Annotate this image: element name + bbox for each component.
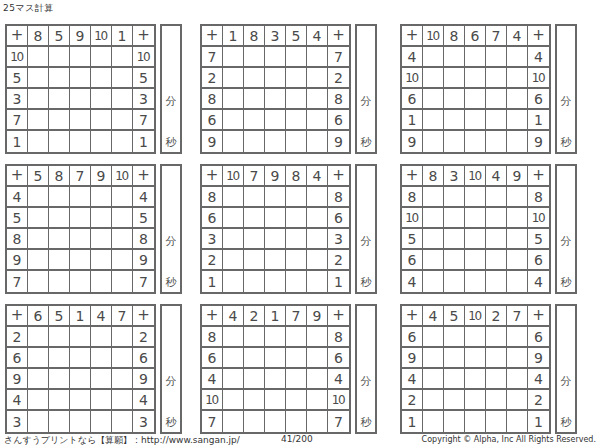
top-header-cell: 10: [465, 166, 486, 187]
timer-box: 分 秒: [355, 24, 377, 154]
right-header-cell: 4: [528, 47, 549, 68]
right-header-cell: 5: [133, 68, 154, 89]
answer-cell: [244, 271, 265, 292]
answer-cell: [465, 110, 486, 131]
top-header-cell: 6: [28, 306, 49, 327]
answer-cell: [70, 68, 91, 89]
answer-cell: [286, 131, 307, 152]
top-header-cell: 9: [307, 306, 328, 327]
left-header-cell: 1: [7, 131, 28, 152]
top-header-cell: 8: [28, 26, 49, 47]
left-header-cell: 5: [7, 68, 28, 89]
top-header-cell: 2: [486, 306, 507, 327]
answer-cell: [244, 89, 265, 110]
answer-cell: [49, 250, 70, 271]
answer-cell: [70, 89, 91, 110]
answer-cell: [223, 229, 244, 250]
answer-cell: [507, 271, 528, 292]
answer-cell: [444, 229, 465, 250]
operator-cell: +: [202, 26, 223, 47]
answer-cell: [91, 47, 112, 68]
answer-cell: [486, 369, 507, 390]
right-header-cell: 9: [133, 369, 154, 390]
answer-cell: [444, 250, 465, 271]
left-header-cell: 8: [7, 229, 28, 250]
top-header-cell: 3: [265, 26, 286, 47]
answer-cell: [265, 327, 286, 348]
top-header-cell: 8: [423, 166, 444, 187]
top-header-cell: 5: [286, 26, 307, 47]
answer-cell: [265, 68, 286, 89]
answer-cell: [423, 327, 444, 348]
answer-cell: [70, 250, 91, 271]
right-header-cell: 10: [328, 390, 349, 411]
operator-cell: +: [7, 166, 28, 187]
answer-cell: [49, 68, 70, 89]
answer-cell: [223, 348, 244, 369]
answer-cell: [244, 131, 265, 152]
left-header-cell: 4: [7, 187, 28, 208]
top-header-cell: 7: [244, 166, 265, 187]
answer-cell: [112, 208, 133, 229]
answer-cell: [112, 187, 133, 208]
top-header-cell: 8: [286, 166, 307, 187]
answer-cell: [444, 110, 465, 131]
answer-cell: [91, 89, 112, 110]
top-header-cell: 4: [423, 306, 444, 327]
answer-cell: [70, 208, 91, 229]
right-header-cell: 4: [528, 271, 549, 292]
left-header-cell: 4: [402, 271, 423, 292]
answer-cell: [444, 47, 465, 68]
timer-box: 分 秒: [160, 304, 182, 434]
operator-cell: +: [133, 26, 154, 47]
answer-cell: [444, 187, 465, 208]
answer-cell: [70, 348, 91, 369]
top-header-cell: 5: [28, 166, 49, 187]
answer-cell: [465, 47, 486, 68]
calc-grid: +18354+7722886699: [200, 24, 351, 154]
footer-site-text: さんすうプリントなら【算願】：http://www.sangan.jp/: [4, 434, 240, 446]
top-header-cell: 9: [507, 166, 528, 187]
answer-cell: [507, 110, 528, 131]
answer-cell: [265, 47, 286, 68]
answer-cell: [486, 229, 507, 250]
right-header-cell: 2: [328, 250, 349, 271]
right-header-cell: 10: [133, 47, 154, 68]
minutes-label: 分: [166, 234, 177, 249]
top-header-cell: 9: [70, 26, 91, 47]
left-header-cell: 5: [7, 208, 28, 229]
operator-cell: +: [328, 306, 349, 327]
top-header-cell: 5: [49, 306, 70, 327]
left-header-cell: 2: [202, 250, 223, 271]
answer-cell: [507, 250, 528, 271]
answer-cell: [91, 208, 112, 229]
answer-cell: [265, 390, 286, 411]
answer-cell: [28, 131, 49, 152]
answer-cell: [70, 47, 91, 68]
answer-cell: [423, 110, 444, 131]
answer-cell: [286, 110, 307, 131]
right-header-cell: 1: [528, 110, 549, 131]
right-header-cell: 6: [328, 348, 349, 369]
answer-cell: [244, 327, 265, 348]
top-header-cell: 4: [91, 306, 112, 327]
top-header-cell: 4: [223, 306, 244, 327]
left-header-cell: 7: [202, 411, 223, 432]
answer-cell: [465, 369, 486, 390]
left-header-cell: 3: [7, 411, 28, 432]
calc-grid: +859101+101055337711: [5, 24, 156, 154]
puzzle-block: +18354+7722886699 分 秒: [200, 24, 400, 164]
answer-cell: [286, 250, 307, 271]
right-header-cell: 7: [133, 271, 154, 292]
left-header-cell: 9: [7, 250, 28, 271]
left-header-cell: 6: [202, 110, 223, 131]
left-header-cell: 7: [202, 47, 223, 68]
answer-cell: [244, 411, 265, 432]
operator-cell: +: [133, 306, 154, 327]
answer-cell: [70, 110, 91, 131]
left-header-cell: 4: [402, 47, 423, 68]
answer-cell: [28, 208, 49, 229]
answer-cell: [112, 68, 133, 89]
minutes-label: 分: [361, 94, 372, 109]
top-header-cell: 8: [49, 166, 70, 187]
top-header-cell: 9: [91, 166, 112, 187]
right-header-cell: 8: [328, 187, 349, 208]
answer-cell: [49, 131, 70, 152]
left-header-cell: 9: [7, 369, 28, 390]
left-header-cell: 9: [402, 131, 423, 152]
puzzle-block: +107984+8866332211 分 秒: [200, 164, 400, 304]
right-header-cell: 9: [328, 131, 349, 152]
answer-cell: [486, 327, 507, 348]
right-header-cell: 6: [528, 250, 549, 271]
answer-cell: [265, 271, 286, 292]
answer-cell: [28, 348, 49, 369]
right-header-cell: 2: [528, 390, 549, 411]
answer-cell: [423, 411, 444, 432]
answer-cell: [112, 348, 133, 369]
answer-cell: [444, 89, 465, 110]
right-header-cell: 9: [133, 250, 154, 271]
right-header-cell: 4: [528, 369, 549, 390]
answer-cell: [507, 369, 528, 390]
answer-cell: [444, 68, 465, 89]
left-header-cell: 8: [202, 327, 223, 348]
answer-cell: [286, 390, 307, 411]
answer-cell: [28, 369, 49, 390]
right-header-cell: 2: [328, 68, 349, 89]
operator-cell: +: [328, 26, 349, 47]
answer-cell: [423, 131, 444, 152]
operator-cell: +: [402, 306, 423, 327]
answer-cell: [465, 68, 486, 89]
answer-cell: [423, 348, 444, 369]
puzzle-block: +108674+441010661199 分 秒: [400, 24, 590, 164]
answer-cell: [423, 250, 444, 271]
answer-cell: [244, 47, 265, 68]
answer-cell: [91, 271, 112, 292]
footer: さんすうプリントなら【算願】：http://www.sangan.jp/ 41/…: [0, 434, 600, 446]
left-header-cell: 2: [7, 327, 28, 348]
left-header-cell: 9: [202, 131, 223, 152]
left-header-cell: 8: [402, 187, 423, 208]
top-header-cell: 7: [507, 306, 528, 327]
minutes-label: 分: [361, 374, 372, 389]
right-header-cell: 8: [328, 327, 349, 348]
answer-cell: [423, 229, 444, 250]
answer-cell: [265, 89, 286, 110]
answer-cell: [49, 89, 70, 110]
puzzle-block: +831049+881010556644 分 秒: [400, 164, 590, 304]
left-header-cell: 6: [202, 348, 223, 369]
top-header-cell: 1: [223, 26, 244, 47]
answer-cell: [265, 369, 286, 390]
answer-cell: [49, 208, 70, 229]
operator-cell: +: [7, 26, 28, 47]
right-header-cell: 3: [133, 89, 154, 110]
answer-cell: [486, 348, 507, 369]
answer-cell: [91, 327, 112, 348]
answer-cell: [70, 131, 91, 152]
answer-cell: [465, 187, 486, 208]
answer-cell: [507, 89, 528, 110]
answer-cell: [486, 390, 507, 411]
answer-cell: [223, 187, 244, 208]
answer-cell: [223, 411, 244, 432]
top-header-cell: 5: [49, 26, 70, 47]
top-header-cell: 2: [244, 306, 265, 327]
answer-cell: [507, 390, 528, 411]
top-header-cell: 7: [112, 306, 133, 327]
answer-cell: [465, 208, 486, 229]
answer-cell: [112, 327, 133, 348]
operator-cell: +: [202, 166, 223, 187]
seconds-label: 秒: [361, 275, 372, 290]
minutes-label: 分: [561, 374, 572, 389]
operator-cell: +: [402, 26, 423, 47]
left-header-cell: 1: [402, 411, 423, 432]
right-header-cell: 3: [133, 411, 154, 432]
operator-cell: +: [528, 306, 549, 327]
top-header-cell: 7: [70, 166, 91, 187]
left-header-cell: 10: [402, 208, 423, 229]
answer-cell: [286, 271, 307, 292]
right-header-cell: 10: [528, 68, 549, 89]
answer-cell: [507, 208, 528, 229]
operator-cell: +: [7, 306, 28, 327]
answer-cell: [112, 131, 133, 152]
answer-cell: [423, 390, 444, 411]
left-header-cell: 9: [402, 348, 423, 369]
answer-cell: [507, 187, 528, 208]
answer-cell: [91, 390, 112, 411]
answer-cell: [486, 68, 507, 89]
answer-cell: [307, 131, 328, 152]
answer-cell: [223, 110, 244, 131]
answer-cell: [244, 68, 265, 89]
answer-cell: [28, 327, 49, 348]
right-header-cell: 7: [328, 411, 349, 432]
answer-cell: [265, 187, 286, 208]
left-header-cell: 4: [7, 390, 28, 411]
answer-cell: [91, 250, 112, 271]
copyright-text: Copyright © Alpha, Inc All Rights Reserv…: [422, 435, 596, 444]
seconds-label: 秒: [166, 275, 177, 290]
top-header-cell: 6: [465, 26, 486, 47]
answer-cell: [49, 47, 70, 68]
left-header-cell: 6: [402, 250, 423, 271]
right-header-cell: 9: [528, 348, 549, 369]
answer-cell: [507, 47, 528, 68]
puzzle-block: +42179+886644101077 分 秒: [200, 304, 400, 435]
right-header-cell: 7: [328, 47, 349, 68]
left-header-cell: 4: [202, 369, 223, 390]
answer-cell: [286, 411, 307, 432]
answer-cell: [112, 47, 133, 68]
answer-cell: [28, 89, 49, 110]
timer-box: 分 秒: [555, 164, 577, 294]
answer-cell: [465, 411, 486, 432]
answer-cell: [307, 271, 328, 292]
answer-cell: [91, 187, 112, 208]
answer-cell: [244, 390, 265, 411]
answer-cell: [465, 131, 486, 152]
answer-cell: [444, 348, 465, 369]
right-header-cell: 1: [528, 411, 549, 432]
top-header-cell: 1: [112, 26, 133, 47]
left-header-cell: 5: [402, 229, 423, 250]
calc-grid: +831049+881010556644: [400, 164, 551, 294]
answer-cell: [486, 271, 507, 292]
answer-cell: [307, 250, 328, 271]
answer-cell: [444, 390, 465, 411]
answer-cell: [70, 271, 91, 292]
answer-cell: [307, 369, 328, 390]
answer-cell: [486, 47, 507, 68]
answer-cell: [223, 89, 244, 110]
answer-cell: [223, 369, 244, 390]
answer-cell: [112, 89, 133, 110]
answer-cell: [28, 229, 49, 250]
answer-cell: [423, 369, 444, 390]
answer-cell: [70, 229, 91, 250]
top-header-cell: 1: [70, 306, 91, 327]
answer-cell: [91, 229, 112, 250]
answer-cell: [307, 110, 328, 131]
top-header-cell: 4: [507, 26, 528, 47]
top-header-cell: 7: [286, 306, 307, 327]
page-number: 41/200: [281, 434, 313, 444]
calc-grid: +108674+441010661199: [400, 24, 551, 154]
answer-cell: [444, 208, 465, 229]
right-header-cell: 6: [133, 348, 154, 369]
answer-cell: [112, 271, 133, 292]
answer-cell: [112, 250, 133, 271]
answer-cell: [49, 327, 70, 348]
answer-cell: [307, 89, 328, 110]
right-header-cell: 2: [133, 327, 154, 348]
answer-cell: [423, 271, 444, 292]
right-header-cell: 3: [328, 229, 349, 250]
top-header-cell: 1: [265, 306, 286, 327]
puzzle-block: +859101+101055337711 分 秒: [5, 24, 200, 164]
answer-cell: [265, 208, 286, 229]
answer-cell: [28, 110, 49, 131]
answer-cell: [465, 229, 486, 250]
answer-cell: [49, 110, 70, 131]
answer-cell: [91, 131, 112, 152]
right-header-cell: 9: [528, 131, 549, 152]
answer-cell: [244, 187, 265, 208]
right-header-cell: 4: [328, 369, 349, 390]
answer-cell: [507, 348, 528, 369]
answer-cell: [486, 208, 507, 229]
answer-cell: [28, 47, 49, 68]
right-header-cell: 6: [328, 208, 349, 229]
answer-cell: [91, 369, 112, 390]
right-header-cell: 6: [528, 89, 549, 110]
answer-cell: [307, 411, 328, 432]
top-header-cell: 5: [444, 306, 465, 327]
answer-cell: [423, 89, 444, 110]
top-header-cell: 4: [307, 26, 328, 47]
answer-cell: [423, 208, 444, 229]
answer-cell: [286, 47, 307, 68]
top-header-cell: 10: [423, 26, 444, 47]
answer-cell: [49, 271, 70, 292]
left-header-cell: 8: [202, 187, 223, 208]
top-header-cell: 4: [486, 166, 507, 187]
seconds-label: 秒: [561, 275, 572, 290]
right-header-cell: 7: [133, 110, 154, 131]
top-header-cell: 4: [307, 166, 328, 187]
left-header-cell: 6: [7, 348, 28, 369]
answer-cell: [286, 369, 307, 390]
answer-cell: [486, 411, 507, 432]
answer-cell: [244, 250, 265, 271]
left-header-cell: 10: [402, 68, 423, 89]
answer-cell: [112, 110, 133, 131]
timer-box: 分 秒: [160, 24, 182, 154]
answer-cell: [307, 208, 328, 229]
left-header-cell: 8: [202, 89, 223, 110]
answer-cell: [244, 369, 265, 390]
answer-cell: [265, 110, 286, 131]
left-header-cell: 4: [402, 369, 423, 390]
right-header-cell: 8: [133, 229, 154, 250]
answer-cell: [444, 327, 465, 348]
answer-cell: [307, 68, 328, 89]
left-header-cell: 10: [202, 390, 223, 411]
answer-cell: [486, 187, 507, 208]
answer-cell: [70, 187, 91, 208]
answer-cell: [307, 47, 328, 68]
answer-cell: [444, 271, 465, 292]
minutes-label: 分: [166, 374, 177, 389]
calc-grid: +65147+2266994433: [5, 304, 156, 434]
calc-grid: +42179+886644101077: [200, 304, 351, 434]
right-header-cell: 1: [133, 131, 154, 152]
answer-cell: [244, 229, 265, 250]
left-header-cell: 6: [202, 208, 223, 229]
right-header-cell: 8: [528, 187, 549, 208]
seconds-label: 秒: [361, 415, 372, 430]
answer-cell: [28, 68, 49, 89]
